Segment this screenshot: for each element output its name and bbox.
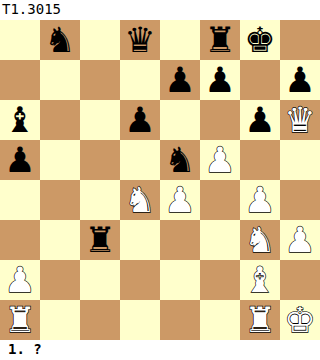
square-d6[interactable]: ♟ bbox=[120, 100, 160, 140]
square-g8[interactable]: ♚ bbox=[240, 20, 280, 60]
piece-black-pawn: ♟ bbox=[164, 60, 195, 100]
square-f2[interactable] bbox=[200, 260, 240, 300]
piece-black-pawn: ♟ bbox=[244, 100, 275, 140]
puzzle-id: T1.3015 bbox=[0, 0, 320, 20]
square-h7[interactable]: ♟ bbox=[280, 60, 320, 100]
piece-black-knight: ♞ bbox=[164, 140, 195, 180]
square-c4[interactable] bbox=[80, 180, 120, 220]
chess-board: ♞♛♜♚♟♟♟♝♟♟♛♟♞♟♞♟♟♜♞♟♟♝♜♜♚ bbox=[0, 20, 320, 340]
square-f6[interactable] bbox=[200, 100, 240, 140]
square-a7[interactable] bbox=[0, 60, 40, 100]
piece-black-bishop: ♝ bbox=[4, 100, 35, 140]
square-d4[interactable]: ♞ bbox=[120, 180, 160, 220]
square-f4[interactable] bbox=[200, 180, 240, 220]
square-a5[interactable]: ♟ bbox=[0, 140, 40, 180]
piece-white-pawn: ♟ bbox=[204, 140, 235, 180]
square-c1[interactable] bbox=[80, 300, 120, 340]
square-b7[interactable] bbox=[40, 60, 80, 100]
square-g6[interactable]: ♟ bbox=[240, 100, 280, 140]
square-b8[interactable]: ♞ bbox=[40, 20, 80, 60]
square-c2[interactable] bbox=[80, 260, 120, 300]
piece-white-queen: ♛ bbox=[284, 100, 315, 140]
square-b3[interactable] bbox=[40, 220, 80, 260]
move-prompt: 1. ? bbox=[0, 340, 320, 360]
square-h1[interactable]: ♚ bbox=[280, 300, 320, 340]
piece-white-bishop: ♝ bbox=[244, 260, 275, 300]
square-e5[interactable]: ♞ bbox=[160, 140, 200, 180]
piece-white-pawn: ♟ bbox=[4, 260, 35, 300]
piece-white-pawn: ♟ bbox=[244, 180, 275, 220]
square-g2[interactable]: ♝ bbox=[240, 260, 280, 300]
piece-black-pawn: ♟ bbox=[204, 60, 235, 100]
square-f7[interactable]: ♟ bbox=[200, 60, 240, 100]
square-h6[interactable]: ♛ bbox=[280, 100, 320, 140]
square-a1[interactable]: ♜ bbox=[0, 300, 40, 340]
square-e8[interactable] bbox=[160, 20, 200, 60]
square-h4[interactable] bbox=[280, 180, 320, 220]
square-e1[interactable] bbox=[160, 300, 200, 340]
square-f1[interactable] bbox=[200, 300, 240, 340]
square-e6[interactable] bbox=[160, 100, 200, 140]
piece-white-pawn: ♟ bbox=[164, 180, 195, 220]
piece-white-king: ♚ bbox=[284, 300, 315, 340]
square-g7[interactable] bbox=[240, 60, 280, 100]
piece-white-rook: ♜ bbox=[244, 300, 275, 340]
piece-black-pawn: ♟ bbox=[284, 60, 315, 100]
piece-white-rook: ♜ bbox=[4, 300, 35, 340]
piece-white-pawn: ♟ bbox=[284, 220, 315, 260]
square-g3[interactable]: ♞ bbox=[240, 220, 280, 260]
piece-white-knight: ♞ bbox=[124, 180, 155, 220]
piece-black-rook: ♜ bbox=[84, 220, 115, 260]
piece-black-pawn: ♟ bbox=[4, 140, 35, 180]
square-h2[interactable] bbox=[280, 260, 320, 300]
square-b1[interactable] bbox=[40, 300, 80, 340]
piece-black-knight: ♞ bbox=[44, 20, 75, 60]
square-a8[interactable] bbox=[0, 20, 40, 60]
piece-white-knight: ♞ bbox=[244, 220, 275, 260]
piece-black-king: ♚ bbox=[244, 20, 275, 60]
square-b6[interactable] bbox=[40, 100, 80, 140]
square-f5[interactable]: ♟ bbox=[200, 140, 240, 180]
square-c3[interactable]: ♜ bbox=[80, 220, 120, 260]
square-e3[interactable] bbox=[160, 220, 200, 260]
square-e4[interactable]: ♟ bbox=[160, 180, 200, 220]
square-h3[interactable]: ♟ bbox=[280, 220, 320, 260]
square-c6[interactable] bbox=[80, 100, 120, 140]
square-d1[interactable] bbox=[120, 300, 160, 340]
square-f3[interactable] bbox=[200, 220, 240, 260]
square-d8[interactable]: ♛ bbox=[120, 20, 160, 60]
square-a2[interactable]: ♟ bbox=[0, 260, 40, 300]
square-g4[interactable]: ♟ bbox=[240, 180, 280, 220]
square-h8[interactable] bbox=[280, 20, 320, 60]
square-b2[interactable] bbox=[40, 260, 80, 300]
square-b4[interactable] bbox=[40, 180, 80, 220]
square-d7[interactable] bbox=[120, 60, 160, 100]
square-e7[interactable]: ♟ bbox=[160, 60, 200, 100]
piece-black-queen: ♛ bbox=[124, 20, 155, 60]
piece-black-rook: ♜ bbox=[204, 20, 235, 60]
square-c5[interactable] bbox=[80, 140, 120, 180]
square-c7[interactable] bbox=[80, 60, 120, 100]
square-a6[interactable]: ♝ bbox=[0, 100, 40, 140]
piece-black-pawn: ♟ bbox=[124, 100, 155, 140]
square-a4[interactable] bbox=[0, 180, 40, 220]
square-d3[interactable] bbox=[120, 220, 160, 260]
square-d5[interactable] bbox=[120, 140, 160, 180]
square-b5[interactable] bbox=[40, 140, 80, 180]
square-c8[interactable] bbox=[80, 20, 120, 60]
square-d2[interactable] bbox=[120, 260, 160, 300]
square-h5[interactable] bbox=[280, 140, 320, 180]
square-f8[interactable]: ♜ bbox=[200, 20, 240, 60]
square-a3[interactable] bbox=[0, 220, 40, 260]
square-g5[interactable] bbox=[240, 140, 280, 180]
square-g1[interactable]: ♜ bbox=[240, 300, 280, 340]
square-e2[interactable] bbox=[160, 260, 200, 300]
